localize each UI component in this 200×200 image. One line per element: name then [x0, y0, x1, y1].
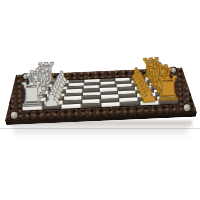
- corner-medallion: [183, 104, 190, 111]
- table-reflection-line: [0, 128, 200, 129]
- square[interactable]: [120, 101, 140, 106]
- piece-gold-pawn[interactable]: ♟: [140, 86, 159, 107]
- chess-set-photo: ♜♞♝♚♛♝♞♜♟♟♟♟♟♟♟♟♜♞♝♚♛♝♞♜♟♟♟♟♟♟♟♟: [0, 0, 200, 200]
- square[interactable]: [62, 104, 82, 109]
- board-perspective-wrapper: ♜♞♝♚♛♝♞♜♟♟♟♟♟♟♟♟♜♞♝♚♛♝♞♜♟♟♟♟♟♟♟♟: [0, 0, 200, 200]
- pieces-layer: ♜♞♝♚♛♝♞♜♟♟♟♟♟♟♟♟♜♞♝♚♛♝♞♜♟♟♟♟♟♟♟♟: [0, 0, 196, 4]
- piece-silver-pawn[interactable]: ♟: [42, 90, 61, 111]
- square[interactable]: [101, 102, 121, 107]
- corner-medallions: [0, 0, 196, 4]
- square[interactable]: [81, 103, 101, 108]
